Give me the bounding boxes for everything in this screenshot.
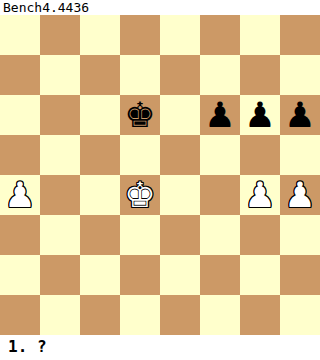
square-b1[interactable] <box>40 295 80 335</box>
square-a1[interactable] <box>0 295 40 335</box>
square-a2[interactable] <box>0 255 40 295</box>
square-c2[interactable] <box>80 255 120 295</box>
chess-board: ♚♟♟♟♟♚♟♟ <box>0 15 320 335</box>
square-e3[interactable] <box>160 215 200 255</box>
black-pawn[interactable]: ♟ <box>284 95 315 135</box>
square-h2[interactable] <box>280 255 320 295</box>
square-d7[interactable] <box>120 55 160 95</box>
square-f4[interactable] <box>200 175 240 215</box>
square-g2[interactable] <box>240 255 280 295</box>
square-g7[interactable] <box>240 55 280 95</box>
square-e6[interactable] <box>160 95 200 135</box>
black-pawn[interactable]: ♟ <box>244 95 275 135</box>
square-a8[interactable] <box>0 15 40 55</box>
square-f6[interactable]: ♟ <box>200 95 240 135</box>
square-g5[interactable] <box>240 135 280 175</box>
square-f1[interactable] <box>200 295 240 335</box>
square-b8[interactable] <box>40 15 80 55</box>
square-h4[interactable]: ♟ <box>280 175 320 215</box>
white-pawn[interactable]: ♟ <box>4 175 35 215</box>
square-h7[interactable] <box>280 55 320 95</box>
square-a7[interactable] <box>0 55 40 95</box>
square-e2[interactable] <box>160 255 200 295</box>
page-title: Bench4.4436 <box>0 0 320 15</box>
white-pawn[interactable]: ♟ <box>284 175 315 215</box>
square-c4[interactable] <box>80 175 120 215</box>
square-b4[interactable] <box>40 175 80 215</box>
square-g4[interactable]: ♟ <box>240 175 280 215</box>
square-f5[interactable] <box>200 135 240 175</box>
square-b3[interactable] <box>40 215 80 255</box>
square-h6[interactable]: ♟ <box>280 95 320 135</box>
square-e4[interactable] <box>160 175 200 215</box>
square-c1[interactable] <box>80 295 120 335</box>
square-g3[interactable] <box>240 215 280 255</box>
black-king[interactable]: ♚ <box>124 95 155 135</box>
square-f3[interactable] <box>200 215 240 255</box>
square-e5[interactable] <box>160 135 200 175</box>
square-a4[interactable]: ♟ <box>0 175 40 215</box>
square-e7[interactable] <box>160 55 200 95</box>
square-f7[interactable] <box>200 55 240 95</box>
square-g1[interactable] <box>240 295 280 335</box>
square-c5[interactable] <box>80 135 120 175</box>
square-c3[interactable] <box>80 215 120 255</box>
square-d3[interactable] <box>120 215 160 255</box>
square-c6[interactable] <box>80 95 120 135</box>
square-d2[interactable] <box>120 255 160 295</box>
square-b2[interactable] <box>40 255 80 295</box>
square-d1[interactable] <box>120 295 160 335</box>
square-d8[interactable] <box>120 15 160 55</box>
square-h3[interactable] <box>280 215 320 255</box>
square-a5[interactable] <box>0 135 40 175</box>
square-b7[interactable] <box>40 55 80 95</box>
white-pawn[interactable]: ♟ <box>244 175 275 215</box>
square-d4[interactable]: ♚ <box>120 175 160 215</box>
square-f2[interactable] <box>200 255 240 295</box>
square-d6[interactable]: ♚ <box>120 95 160 135</box>
square-f8[interactable] <box>200 15 240 55</box>
black-pawn[interactable]: ♟ <box>204 95 235 135</box>
square-h8[interactable] <box>280 15 320 55</box>
square-b6[interactable] <box>40 95 80 135</box>
square-a6[interactable] <box>0 95 40 135</box>
square-g6[interactable]: ♟ <box>240 95 280 135</box>
square-c7[interactable] <box>80 55 120 95</box>
square-h1[interactable] <box>280 295 320 335</box>
square-d5[interactable] <box>120 135 160 175</box>
white-king[interactable]: ♚ <box>124 175 155 215</box>
square-a3[interactable] <box>0 215 40 255</box>
move-prompt: 1. ? <box>0 335 320 360</box>
square-b5[interactable] <box>40 135 80 175</box>
square-h5[interactable] <box>280 135 320 175</box>
square-e8[interactable] <box>160 15 200 55</box>
square-g8[interactable] <box>240 15 280 55</box>
square-c8[interactable] <box>80 15 120 55</box>
square-e1[interactable] <box>160 295 200 335</box>
